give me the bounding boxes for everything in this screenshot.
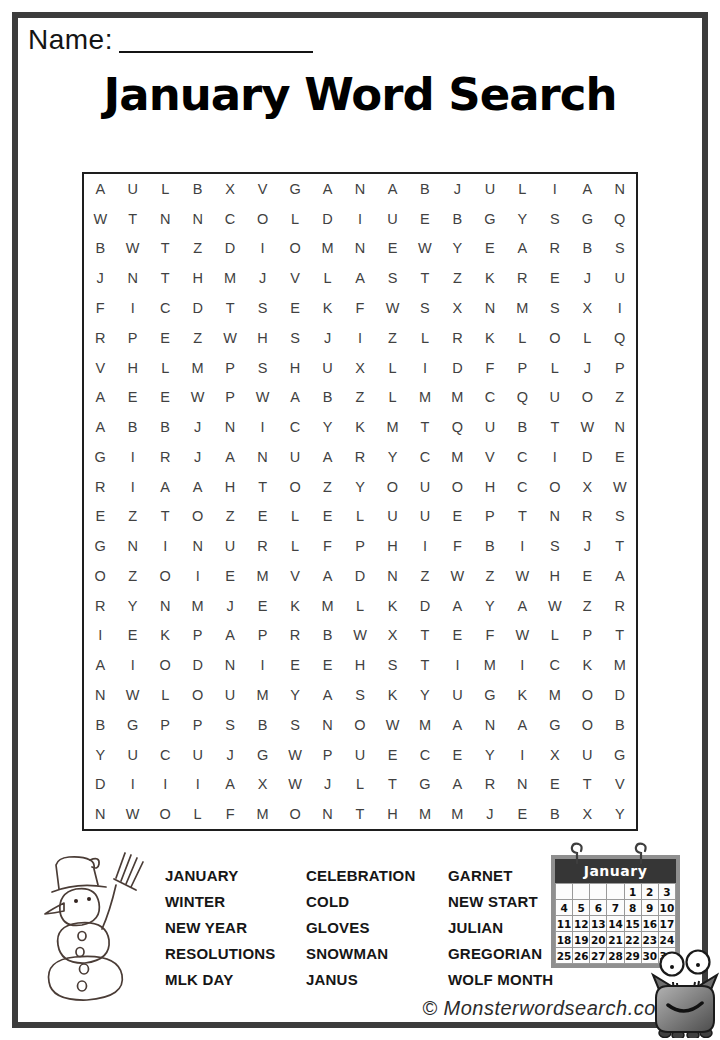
grid-cell[interactable]: E <box>474 234 506 264</box>
grid-cell[interactable]: S <box>539 293 571 323</box>
grid-cell[interactable]: H <box>214 472 246 502</box>
grid-cell[interactable]: S <box>214 710 246 740</box>
grid-cell[interactable]: O <box>149 650 181 680</box>
grid-cell[interactable]: M <box>181 591 213 621</box>
grid-cell[interactable]: S <box>539 204 571 234</box>
grid-cell[interactable]: N <box>214 412 246 442</box>
grid-cell[interactable]: O <box>84 561 116 591</box>
grid-cell[interactable]: W <box>441 561 473 591</box>
grid-cell[interactable]: T <box>604 621 636 651</box>
grid-cell[interactable]: B <box>441 204 473 234</box>
grid-cell[interactable]: C <box>539 650 571 680</box>
grid-cell[interactable]: A <box>506 710 538 740</box>
grid-cell[interactable]: Y <box>116 591 148 621</box>
grid-cell[interactable]: Z <box>116 502 148 532</box>
grid-cell[interactable]: F <box>84 293 116 323</box>
grid-cell[interactable]: Z <box>116 561 148 591</box>
grid-cell[interactable]: W <box>409 234 441 264</box>
grid-cell[interactable]: W <box>279 769 311 799</box>
grid-cell[interactable]: E <box>116 382 148 412</box>
grid-cell[interactable]: H <box>344 650 376 680</box>
grid-cell[interactable]: Y <box>604 799 636 829</box>
grid-cell[interactable]: I <box>409 353 441 383</box>
grid-cell[interactable]: U <box>376 204 408 234</box>
grid-cell[interactable]: X <box>441 293 473 323</box>
grid-cell[interactable]: E <box>246 502 278 532</box>
grid-cell[interactable]: P <box>214 382 246 412</box>
grid-cell[interactable]: K <box>474 263 506 293</box>
name-input-line[interactable] <box>119 51 313 53</box>
grid-cell[interactable]: L <box>409 323 441 353</box>
grid-cell[interactable]: I <box>539 442 571 472</box>
grid-cell[interactable]: H <box>279 353 311 383</box>
grid-cell[interactable]: Y <box>474 591 506 621</box>
grid-cell[interactable]: A <box>311 442 343 472</box>
grid-cell[interactable]: O <box>279 799 311 829</box>
grid-cell[interactable]: P <box>604 353 636 383</box>
grid-cell[interactable]: U <box>116 174 148 204</box>
grid-cell[interactable]: N <box>214 650 246 680</box>
grid-cell[interactable]: I <box>506 531 538 561</box>
grid-cell[interactable]: D <box>84 769 116 799</box>
grid-cell[interactable]: T <box>571 769 603 799</box>
grid-cell[interactable]: W <box>279 740 311 770</box>
grid-cell[interactable]: N <box>539 502 571 532</box>
grid-cell[interactable]: B <box>474 531 506 561</box>
grid-cell[interactable]: O <box>246 204 278 234</box>
grid-cell[interactable]: B <box>571 234 603 264</box>
grid-cell[interactable]: A <box>441 769 473 799</box>
grid-cell[interactable]: U <box>181 740 213 770</box>
grid-cell[interactable]: N <box>181 204 213 234</box>
grid-cell[interactable]: E <box>441 502 473 532</box>
grid-cell[interactable]: G <box>84 531 116 561</box>
grid-cell[interactable]: M <box>246 680 278 710</box>
grid-cell[interactable]: R <box>506 263 538 293</box>
grid-cell[interactable]: C <box>149 293 181 323</box>
grid-cell[interactable]: M <box>246 561 278 591</box>
grid-cell[interactable]: O <box>539 323 571 353</box>
grid-cell[interactable]: I <box>246 412 278 442</box>
grid-cell[interactable]: O <box>181 680 213 710</box>
grid-cell[interactable]: E <box>246 591 278 621</box>
grid-cell[interactable]: L <box>311 263 343 293</box>
grid-cell[interactable]: U <box>214 680 246 710</box>
grid-cell[interactable]: I <box>181 769 213 799</box>
grid-cell[interactable]: S <box>604 502 636 532</box>
grid-cell[interactable]: H <box>539 561 571 591</box>
grid-cell[interactable]: L <box>344 769 376 799</box>
grid-cell[interactable]: L <box>149 680 181 710</box>
grid-cell[interactable]: Z <box>571 591 603 621</box>
grid-cell[interactable]: K <box>149 621 181 651</box>
grid-cell[interactable]: L <box>376 353 408 383</box>
grid-cell[interactable]: O <box>539 472 571 502</box>
grid-cell[interactable]: W <box>116 234 148 264</box>
grid-cell[interactable]: S <box>344 680 376 710</box>
grid-cell[interactable]: N <box>149 204 181 234</box>
grid-cell[interactable]: A <box>311 174 343 204</box>
grid-cell[interactable]: I <box>116 769 148 799</box>
grid-cell[interactable]: A <box>181 472 213 502</box>
grid-cell[interactable]: R <box>604 591 636 621</box>
grid-cell[interactable]: F <box>214 799 246 829</box>
grid-cell[interactable]: Y <box>279 680 311 710</box>
grid-cell[interactable]: B <box>84 234 116 264</box>
grid-cell[interactable]: W <box>181 382 213 412</box>
grid-cell[interactable]: P <box>571 621 603 651</box>
grid-cell[interactable]: H <box>474 472 506 502</box>
grid-cell[interactable]: U <box>344 740 376 770</box>
grid-cell[interactable]: Y <box>376 442 408 472</box>
grid-cell[interactable]: F <box>474 353 506 383</box>
grid-cell[interactable]: I <box>116 442 148 472</box>
grid-cell[interactable]: R <box>84 323 116 353</box>
grid-cell[interactable]: S <box>376 263 408 293</box>
grid-cell[interactable]: Z <box>604 382 636 412</box>
grid-cell[interactable]: N <box>116 531 148 561</box>
grid-cell[interactable]: U <box>376 502 408 532</box>
grid-cell[interactable]: U <box>409 472 441 502</box>
grid-cell[interactable]: W <box>344 621 376 651</box>
grid-cell[interactable]: F <box>474 621 506 651</box>
grid-cell[interactable]: H <box>376 531 408 561</box>
grid-cell[interactable]: L <box>279 502 311 532</box>
grid-cell[interactable]: W <box>116 680 148 710</box>
grid-cell[interactable]: Y <box>311 412 343 442</box>
grid-cell[interactable]: I <box>506 650 538 680</box>
grid-cell[interactable]: P <box>246 621 278 651</box>
grid-cell[interactable]: X <box>571 472 603 502</box>
grid-cell[interactable]: I <box>604 293 636 323</box>
grid-cell[interactable]: L <box>344 591 376 621</box>
grid-cell[interactable]: A <box>84 650 116 680</box>
grid-cell[interactable]: E <box>149 323 181 353</box>
grid-cell[interactable]: S <box>539 531 571 561</box>
grid-cell[interactable]: A <box>604 561 636 591</box>
grid-cell[interactable]: P <box>181 621 213 651</box>
grid-cell[interactable]: D <box>571 442 603 472</box>
grid-cell[interactable]: N <box>311 710 343 740</box>
grid-cell[interactable]: E <box>149 382 181 412</box>
grid-cell[interactable]: K <box>474 323 506 353</box>
grid-cell[interactable]: M <box>409 799 441 829</box>
grid-cell[interactable]: Q <box>604 323 636 353</box>
grid-cell[interactable]: C <box>149 740 181 770</box>
grid-cell[interactable]: M <box>604 650 636 680</box>
grid-cell[interactable]: R <box>474 769 506 799</box>
grid-cell[interactable]: R <box>149 442 181 472</box>
grid-cell[interactable]: N <box>344 174 376 204</box>
grid-cell[interactable]: C <box>474 382 506 412</box>
grid-cell[interactable]: U <box>539 382 571 412</box>
grid-cell[interactable]: N <box>474 293 506 323</box>
grid-cell[interactable]: N <box>116 263 148 293</box>
grid-cell[interactable]: R <box>441 323 473 353</box>
grid-cell[interactable]: A <box>311 680 343 710</box>
grid-cell[interactable]: R <box>539 234 571 264</box>
grid-cell[interactable]: U <box>474 412 506 442</box>
grid-cell[interactable]: Q <box>604 204 636 234</box>
grid-cell[interactable]: G <box>539 710 571 740</box>
grid-cell[interactable]: O <box>571 382 603 412</box>
grid-cell[interactable]: O <box>344 710 376 740</box>
grid-cell[interactable]: O <box>181 502 213 532</box>
grid-cell[interactable]: W <box>376 710 408 740</box>
grid-cell[interactable]: D <box>311 204 343 234</box>
grid-cell[interactable]: B <box>149 412 181 442</box>
grid-cell[interactable]: X <box>376 621 408 651</box>
grid-cell[interactable]: A <box>376 174 408 204</box>
grid-cell[interactable]: U <box>604 263 636 293</box>
grid-cell[interactable]: J <box>571 263 603 293</box>
grid-cell[interactable]: X <box>539 740 571 770</box>
grid-cell[interactable]: T <box>539 412 571 442</box>
grid-cell[interactable]: T <box>344 799 376 829</box>
grid-cell[interactable]: T <box>409 412 441 442</box>
grid-cell[interactable]: N <box>181 531 213 561</box>
grid-cell[interactable]: I <box>149 769 181 799</box>
grid-cell[interactable]: A <box>149 472 181 502</box>
grid-cell[interactable]: C <box>214 204 246 234</box>
grid-cell[interactable]: A <box>279 382 311 412</box>
grid-cell[interactable]: W <box>376 293 408 323</box>
grid-cell[interactable]: H <box>376 799 408 829</box>
grid-cell[interactable]: W <box>539 591 571 621</box>
grid-cell[interactable]: B <box>409 174 441 204</box>
grid-cell[interactable]: N <box>311 799 343 829</box>
grid-cell[interactable]: A <box>441 710 473 740</box>
grid-cell[interactable]: Z <box>181 234 213 264</box>
grid-cell[interactable]: C <box>409 442 441 472</box>
grid-cell[interactable]: M <box>441 442 473 472</box>
grid-cell[interactable]: Z <box>409 561 441 591</box>
grid-cell[interactable]: G <box>116 710 148 740</box>
grid-cell[interactable]: C <box>506 472 538 502</box>
grid-cell[interactable]: G <box>409 769 441 799</box>
grid-cell[interactable]: S <box>279 323 311 353</box>
grid-cell[interactable]: S <box>279 710 311 740</box>
grid-cell[interactable]: X <box>571 799 603 829</box>
grid-cell[interactable]: Y <box>474 740 506 770</box>
grid-cell[interactable]: D <box>344 561 376 591</box>
grid-cell[interactable]: D <box>181 650 213 680</box>
grid-cell[interactable]: R <box>84 591 116 621</box>
grid-cell[interactable]: R <box>571 502 603 532</box>
grid-cell[interactable]: U <box>116 740 148 770</box>
grid-cell[interactable]: T <box>149 263 181 293</box>
grid-cell[interactable]: O <box>279 472 311 502</box>
grid-cell[interactable]: J <box>311 323 343 353</box>
grid-cell[interactable]: N <box>506 769 538 799</box>
grid-cell[interactable]: K <box>506 680 538 710</box>
grid-cell[interactable]: A <box>214 769 246 799</box>
grid-cell[interactable]: N <box>84 680 116 710</box>
grid-cell[interactable]: J <box>474 799 506 829</box>
grid-cell[interactable]: U <box>279 442 311 472</box>
grid-cell[interactable]: T <box>149 502 181 532</box>
grid-cell[interactable]: M <box>539 680 571 710</box>
grid-cell[interactable]: L <box>506 174 538 204</box>
grid-cell[interactable]: I <box>181 561 213 591</box>
grid-cell[interactable]: E <box>441 621 473 651</box>
grid-cell[interactable]: E <box>311 502 343 532</box>
grid-cell[interactable]: E <box>571 561 603 591</box>
grid-cell[interactable]: R <box>344 442 376 472</box>
grid-cell[interactable]: E <box>279 293 311 323</box>
grid-cell[interactable]: B <box>246 710 278 740</box>
grid-cell[interactable]: A <box>84 382 116 412</box>
grid-cell[interactable]: B <box>181 174 213 204</box>
grid-cell[interactable]: Z <box>474 561 506 591</box>
grid-cell[interactable]: M <box>214 263 246 293</box>
grid-cell[interactable]: E <box>84 502 116 532</box>
grid-cell[interactable]: O <box>149 799 181 829</box>
grid-cell[interactable]: E <box>116 621 148 651</box>
grid-cell[interactable]: G <box>474 680 506 710</box>
grid-cell[interactable]: J <box>84 263 116 293</box>
grid-cell[interactable]: D <box>604 680 636 710</box>
grid-cell[interactable]: L <box>344 502 376 532</box>
grid-cell[interactable]: J <box>571 531 603 561</box>
grid-cell[interactable]: Z <box>214 502 246 532</box>
grid-cell[interactable]: L <box>279 204 311 234</box>
grid-cell[interactable]: M <box>376 412 408 442</box>
grid-cell[interactable]: G <box>571 204 603 234</box>
grid-cell[interactable]: Y <box>409 680 441 710</box>
grid-cell[interactable]: G <box>84 442 116 472</box>
grid-cell[interactable]: G <box>279 174 311 204</box>
grid-cell[interactable]: V <box>279 561 311 591</box>
grid-cell[interactable]: F <box>344 293 376 323</box>
grid-cell[interactable]: K <box>376 591 408 621</box>
grid-cell[interactable]: M <box>181 353 213 383</box>
grid-cell[interactable]: Y <box>344 472 376 502</box>
grid-cell[interactable]: N <box>604 174 636 204</box>
grid-cell[interactable]: Y <box>441 234 473 264</box>
grid-cell[interactable]: O <box>571 710 603 740</box>
grid-cell[interactable]: M <box>409 382 441 412</box>
grid-cell[interactable]: P <box>474 502 506 532</box>
grid-cell[interactable]: T <box>409 621 441 651</box>
grid-cell[interactable]: K <box>571 650 603 680</box>
grid-cell[interactable]: K <box>376 680 408 710</box>
grid-cell[interactable]: I <box>246 234 278 264</box>
grid-cell[interactable]: I <box>149 531 181 561</box>
grid-cell[interactable]: G <box>246 740 278 770</box>
grid-cell[interactable]: X <box>344 353 376 383</box>
grid-cell[interactable]: D <box>214 234 246 264</box>
grid-cell[interactable]: T <box>149 234 181 264</box>
grid-cell[interactable]: L <box>571 323 603 353</box>
grid-cell[interactable]: B <box>311 621 343 651</box>
grid-cell[interactable]: S <box>246 293 278 323</box>
word-search-grid[interactable]: AULBXVGANABJULIANWTNNCOLDIUEBGYSGQBWTZDI… <box>82 172 638 831</box>
grid-cell[interactable]: C <box>409 740 441 770</box>
grid-cell[interactable]: V <box>604 769 636 799</box>
grid-cell[interactable]: I <box>116 472 148 502</box>
grid-cell[interactable]: V <box>246 174 278 204</box>
grid-cell[interactable]: X <box>214 174 246 204</box>
grid-cell[interactable]: T <box>246 472 278 502</box>
grid-cell[interactable]: L <box>506 323 538 353</box>
grid-cell[interactable]: N <box>344 234 376 264</box>
grid-cell[interactable]: N <box>246 442 278 472</box>
grid-cell[interactable]: N <box>84 799 116 829</box>
grid-cell[interactable]: L <box>149 174 181 204</box>
grid-cell[interactable]: W <box>506 561 538 591</box>
grid-cell[interactable]: J <box>571 353 603 383</box>
grid-cell[interactable]: W <box>506 621 538 651</box>
grid-cell[interactable]: M <box>246 799 278 829</box>
grid-cell[interactable]: W <box>571 412 603 442</box>
grid-cell[interactable]: A <box>344 263 376 293</box>
grid-cell[interactable]: W <box>246 382 278 412</box>
grid-cell[interactable]: T <box>506 502 538 532</box>
grid-cell[interactable]: D <box>409 591 441 621</box>
grid-cell[interactable]: E <box>279 650 311 680</box>
grid-cell[interactable]: T <box>214 293 246 323</box>
grid-cell[interactable]: G <box>474 204 506 234</box>
grid-cell[interactable]: T <box>376 769 408 799</box>
grid-cell[interactable]: T <box>116 204 148 234</box>
grid-cell[interactable]: L <box>149 353 181 383</box>
grid-cell[interactable]: P <box>506 353 538 383</box>
grid-cell[interactable]: Z <box>344 382 376 412</box>
grid-cell[interactable]: T <box>409 263 441 293</box>
grid-cell[interactable]: J <box>441 174 473 204</box>
grid-cell[interactable]: I <box>409 531 441 561</box>
grid-cell[interactable]: O <box>376 472 408 502</box>
grid-cell[interactable]: A <box>84 412 116 442</box>
grid-cell[interactable]: A <box>214 621 246 651</box>
grid-cell[interactable]: W <box>84 204 116 234</box>
grid-cell[interactable]: C <box>506 442 538 472</box>
grid-cell[interactable]: I <box>84 621 116 651</box>
grid-cell[interactable]: U <box>474 174 506 204</box>
grid-cell[interactable]: P <box>311 740 343 770</box>
grid-cell[interactable]: E <box>214 561 246 591</box>
grid-cell[interactable]: B <box>539 799 571 829</box>
grid-cell[interactable]: J <box>214 591 246 621</box>
grid-cell[interactable]: M <box>506 293 538 323</box>
grid-cell[interactable]: S <box>604 234 636 264</box>
grid-cell[interactable]: E <box>441 740 473 770</box>
grid-cell[interactable]: I <box>246 650 278 680</box>
grid-cell[interactable]: J <box>181 412 213 442</box>
grid-cell[interactable]: K <box>344 412 376 442</box>
grid-cell[interactable]: P <box>214 353 246 383</box>
grid-cell[interactable]: A <box>311 561 343 591</box>
grid-cell[interactable]: E <box>376 234 408 264</box>
grid-cell[interactable]: A <box>214 442 246 472</box>
grid-cell[interactable]: N <box>474 710 506 740</box>
grid-cell[interactable]: I <box>539 174 571 204</box>
grid-cell[interactable]: L <box>376 382 408 412</box>
grid-cell[interactable]: M <box>311 591 343 621</box>
grid-cell[interactable]: U <box>441 680 473 710</box>
grid-cell[interactable]: C <box>279 412 311 442</box>
grid-cell[interactable]: V <box>84 353 116 383</box>
grid-cell[interactable]: P <box>116 323 148 353</box>
grid-cell[interactable]: I <box>116 293 148 323</box>
grid-cell[interactable]: B <box>506 412 538 442</box>
grid-cell[interactable]: R <box>246 531 278 561</box>
grid-cell[interactable]: F <box>311 531 343 561</box>
grid-cell[interactable]: L <box>539 353 571 383</box>
grid-cell[interactable]: F <box>441 531 473 561</box>
grid-cell[interactable]: L <box>181 799 213 829</box>
